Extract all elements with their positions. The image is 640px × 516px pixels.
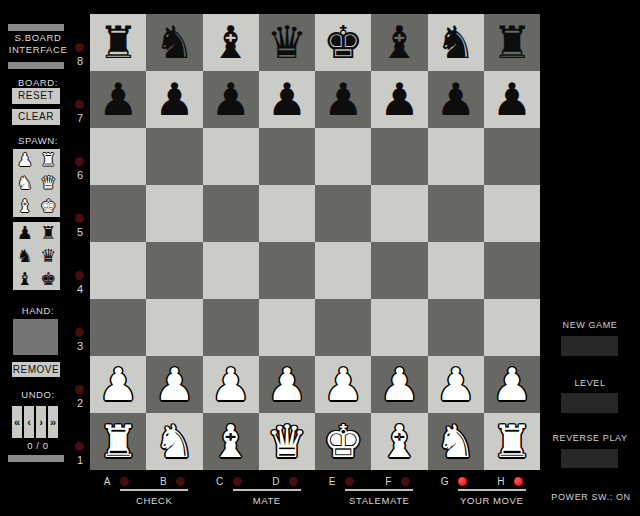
rank-8-led — [75, 43, 84, 52]
rank-label-8: 8 — [73, 55, 87, 67]
square-c2[interactable]: ♟ — [203, 356, 259, 413]
square-d2[interactable]: ♟ — [259, 356, 315, 413]
undo-back-button[interactable]: ‹ — [24, 406, 34, 438]
reverse-play-label: REVERSE PLAY — [540, 433, 640, 443]
rank-1-led — [75, 442, 84, 451]
piece-white-queen[interactable]: ♛ — [267, 419, 307, 464]
status-underline-your-move — [458, 489, 526, 491]
piece-white-pawn[interactable]: ♟ — [210, 362, 250, 407]
square-a1[interactable]: ♜ — [90, 413, 146, 470]
piece-white-pawn[interactable]: ♟ — [492, 362, 532, 407]
square-g5[interactable] — [428, 185, 484, 242]
sboard-interface: S.BOARD INTERFACE BOARD: RESET CLEAR SPA… — [0, 0, 640, 516]
square-h1[interactable]: ♜ — [484, 413, 540, 470]
square-f7[interactable]: ♟ — [371, 71, 427, 128]
rank-label-1: 1 — [73, 454, 87, 466]
piece-black-pawn[interactable]: ♟ — [492, 77, 532, 122]
square-e4[interactable] — [315, 242, 371, 299]
redo-last-button[interactable]: » — [48, 406, 58, 438]
square-d1[interactable]: ♛ — [259, 413, 315, 470]
square-f4[interactable] — [371, 242, 427, 299]
piece-black-knight[interactable]: ♞ — [435, 20, 475, 65]
square-b8[interactable]: ♞ — [146, 14, 202, 71]
redo-forward-button[interactable]: › — [36, 406, 46, 438]
square-h7[interactable]: ♟ — [484, 71, 540, 128]
rank-label-7: 7 — [73, 112, 87, 124]
piece-white-king[interactable]: ♚ — [323, 419, 363, 464]
rank-label-4: 4 — [73, 283, 87, 295]
file-f-led — [401, 477, 410, 486]
rank-6-led — [75, 157, 84, 166]
square-e2[interactable]: ♟ — [315, 356, 371, 413]
file-label-c: C — [213, 476, 227, 487]
square-d5[interactable] — [259, 185, 315, 242]
spawn-white-queen[interactable]: ♛ — [37, 172, 61, 195]
rank-label-3: 3 — [73, 340, 87, 352]
piece-white-rook[interactable]: ♜ — [98, 419, 138, 464]
spawn-white-bishop[interactable]: ♝ — [13, 194, 37, 217]
square-e5[interactable] — [315, 185, 371, 242]
piece-black-pawn[interactable]: ♟ — [323, 77, 363, 122]
status-underline-mate — [233, 489, 301, 491]
square-d8[interactable]: ♛ — [259, 14, 315, 71]
panel-divider-title — [8, 62, 64, 69]
undo-counter: 0 / 0 — [0, 440, 76, 451]
file-label-g: G — [438, 476, 452, 487]
rank-7-led — [75, 100, 84, 109]
square-h5[interactable] — [484, 185, 540, 242]
piece-white-pawn[interactable]: ♟ — [267, 362, 307, 407]
square-e8[interactable]: ♚ — [315, 14, 371, 71]
square-d7[interactable]: ♟ — [259, 71, 315, 128]
file-label-a: A — [100, 476, 114, 487]
square-g1[interactable]: ♞ — [428, 413, 484, 470]
piece-black-bishop[interactable]: ♝ — [379, 20, 419, 65]
square-c1[interactable]: ♝ — [203, 413, 259, 470]
rank-2-led — [75, 385, 84, 394]
new-game-button[interactable] — [561, 336, 618, 356]
square-a4[interactable] — [90, 242, 146, 299]
rank-3-led — [75, 328, 84, 337]
panel-divider-top — [8, 24, 64, 31]
square-h4[interactable] — [484, 242, 540, 299]
square-d3[interactable] — [259, 299, 315, 356]
rank-label-5: 5 — [73, 226, 87, 238]
square-c5[interactable] — [203, 185, 259, 242]
piece-white-pawn[interactable]: ♟ — [98, 362, 138, 407]
square-a5[interactable] — [90, 185, 146, 242]
hand-slot[interactable] — [13, 319, 58, 355]
piece-black-pawn[interactable]: ♟ — [98, 77, 138, 122]
file-label-f: F — [381, 476, 395, 487]
spawn-black-pawn[interactable]: ♟ — [13, 222, 37, 245]
file-b-led — [176, 477, 185, 486]
spawn-white-knight[interactable]: ♞ — [13, 172, 37, 195]
square-a6[interactable] — [90, 128, 146, 185]
square-f3[interactable] — [371, 299, 427, 356]
panel-divider-bottom — [8, 455, 64, 462]
spawn-black-knight[interactable]: ♞ — [13, 245, 37, 268]
spawn-section-label: SPAWN: — [0, 135, 76, 146]
clear-button[interactable]: CLEAR — [12, 109, 60, 125]
square-e6[interactable] — [315, 128, 371, 185]
spawn-black-king[interactable]: ♚ — [37, 267, 61, 290]
piece-white-pawn[interactable]: ♟ — [435, 362, 475, 407]
remove-button[interactable]: REMOVE — [12, 362, 60, 377]
square-d6[interactable] — [259, 128, 315, 185]
spawn-black-rook[interactable]: ♜ — [37, 222, 61, 245]
square-b5[interactable] — [146, 185, 202, 242]
file-e-led — [345, 477, 354, 486]
piece-black-pawn[interactable]: ♟ — [379, 77, 419, 122]
file-label-d: D — [269, 476, 283, 487]
hand-section-label: HAND: — [0, 305, 76, 316]
square-a7[interactable]: ♟ — [90, 71, 146, 128]
app-title-line1: S.BOARD — [0, 32, 76, 43]
file-g-led — [458, 477, 467, 486]
file-h-led — [514, 477, 523, 486]
file-a-led — [120, 477, 129, 486]
spawn-black-queen[interactable]: ♛ — [37, 245, 61, 268]
piece-black-pawn[interactable]: ♟ — [435, 77, 475, 122]
piece-black-knight[interactable]: ♞ — [154, 20, 194, 65]
piece-black-rook[interactable]: ♜ — [98, 20, 138, 65]
square-b3[interactable] — [146, 299, 202, 356]
square-a8[interactable]: ♜ — [90, 14, 146, 71]
new-game-label: NEW GAME — [540, 320, 640, 330]
spawn-palette-white: ♟♜♞♛♝♚ — [13, 149, 60, 217]
square-e1[interactable]: ♚ — [315, 413, 371, 470]
square-f6[interactable] — [371, 128, 427, 185]
square-b4[interactable] — [146, 242, 202, 299]
status-label-stalemate: STALEMATE — [325, 495, 433, 506]
file-label-b: B — [156, 476, 170, 487]
spawn-white-king[interactable]: ♚ — [37, 194, 61, 217]
square-g7[interactable]: ♟ — [428, 71, 484, 128]
undo-button-group: «‹›» — [12, 406, 64, 438]
piece-white-bishop[interactable]: ♝ — [379, 419, 419, 464]
square-e7[interactable]: ♟ — [315, 71, 371, 128]
status-underline-stalemate — [345, 489, 413, 491]
piece-white-rook[interactable]: ♜ — [492, 419, 532, 464]
spawn-white-rook[interactable]: ♜ — [37, 149, 61, 172]
reset-button[interactable]: RESET — [12, 88, 60, 104]
piece-black-queen[interactable]: ♛ — [267, 20, 307, 65]
undo-first-button[interactable]: « — [12, 406, 22, 438]
square-f5[interactable] — [371, 185, 427, 242]
piece-black-rook[interactable]: ♜ — [492, 20, 532, 65]
square-a2[interactable]: ♟ — [90, 356, 146, 413]
file-label-e: E — [325, 476, 339, 487]
status-label-mate: MATE — [213, 495, 321, 506]
piece-black-pawn[interactable]: ♟ — [154, 77, 194, 122]
piece-black-pawn[interactable]: ♟ — [267, 77, 307, 122]
level-display[interactable] — [561, 393, 618, 413]
app-title-line2: INTERFACE — [0, 44, 76, 55]
piece-white-knight[interactable]: ♞ — [435, 419, 475, 464]
square-g4[interactable] — [428, 242, 484, 299]
square-b6[interactable] — [146, 128, 202, 185]
square-g6[interactable] — [428, 128, 484, 185]
square-h3[interactable] — [484, 299, 540, 356]
square-c3[interactable] — [203, 299, 259, 356]
piece-white-pawn[interactable]: ♟ — [154, 362, 194, 407]
spawn-black-bishop[interactable]: ♝ — [13, 267, 37, 290]
piece-black-king[interactable]: ♚ — [323, 20, 363, 65]
square-c8[interactable]: ♝ — [203, 14, 259, 71]
spawn-white-pawn[interactable]: ♟ — [13, 149, 37, 172]
chess-board: ♜♞♝♛♚♝♞♜♟♟♟♟♟♟♟♟♟♟♟♟♟♟♟♟♜♞♝♛♚♝♞♜ — [90, 14, 540, 470]
reverse-play-button[interactable] — [561, 449, 618, 468]
square-g3[interactable] — [428, 299, 484, 356]
square-c7[interactable]: ♟ — [203, 71, 259, 128]
piece-black-bishop[interactable]: ♝ — [210, 20, 250, 65]
undo-section-label: UNDO: — [0, 389, 76, 400]
square-f1[interactable]: ♝ — [371, 413, 427, 470]
spawn-palette-black: ♟♜♞♛♝♚ — [13, 222, 60, 290]
square-f8[interactable]: ♝ — [371, 14, 427, 71]
level-label: LEVEL — [540, 378, 640, 388]
square-f2[interactable]: ♟ — [371, 356, 427, 413]
file-c-led — [233, 477, 242, 486]
status-underline-check — [120, 489, 188, 491]
rank-5-led — [75, 214, 84, 223]
square-h6[interactable] — [484, 128, 540, 185]
rank-4-led — [75, 271, 84, 280]
board-section-label: BOARD: — [0, 77, 76, 88]
file-label-h: H — [494, 476, 508, 487]
square-b7[interactable]: ♟ — [146, 71, 202, 128]
square-e3[interactable] — [315, 299, 371, 356]
piece-black-pawn[interactable]: ♟ — [210, 77, 250, 122]
square-g8[interactable]: ♞ — [428, 14, 484, 71]
square-b2[interactable]: ♟ — [146, 356, 202, 413]
square-c6[interactable] — [203, 128, 259, 185]
square-c4[interactable] — [203, 242, 259, 299]
piece-white-knight[interactable]: ♞ — [154, 419, 194, 464]
rank-label-6: 6 — [73, 169, 87, 181]
square-b1[interactable]: ♞ — [146, 413, 202, 470]
square-a3[interactable] — [90, 299, 146, 356]
square-h8[interactable]: ♜ — [484, 14, 540, 71]
power-switch-label: POWER SW.: ON — [542, 492, 640, 502]
piece-white-pawn[interactable]: ♟ — [379, 362, 419, 407]
file-d-led — [289, 477, 298, 486]
piece-white-bishop[interactable]: ♝ — [210, 419, 250, 464]
square-d4[interactable] — [259, 242, 315, 299]
piece-white-pawn[interactable]: ♟ — [323, 362, 363, 407]
square-h2[interactable]: ♟ — [484, 356, 540, 413]
rank-label-2: 2 — [73, 397, 87, 409]
square-g2[interactable]: ♟ — [428, 356, 484, 413]
status-label-your-move: YOUR MOVE — [438, 495, 546, 506]
status-label-check: CHECK — [100, 495, 208, 506]
